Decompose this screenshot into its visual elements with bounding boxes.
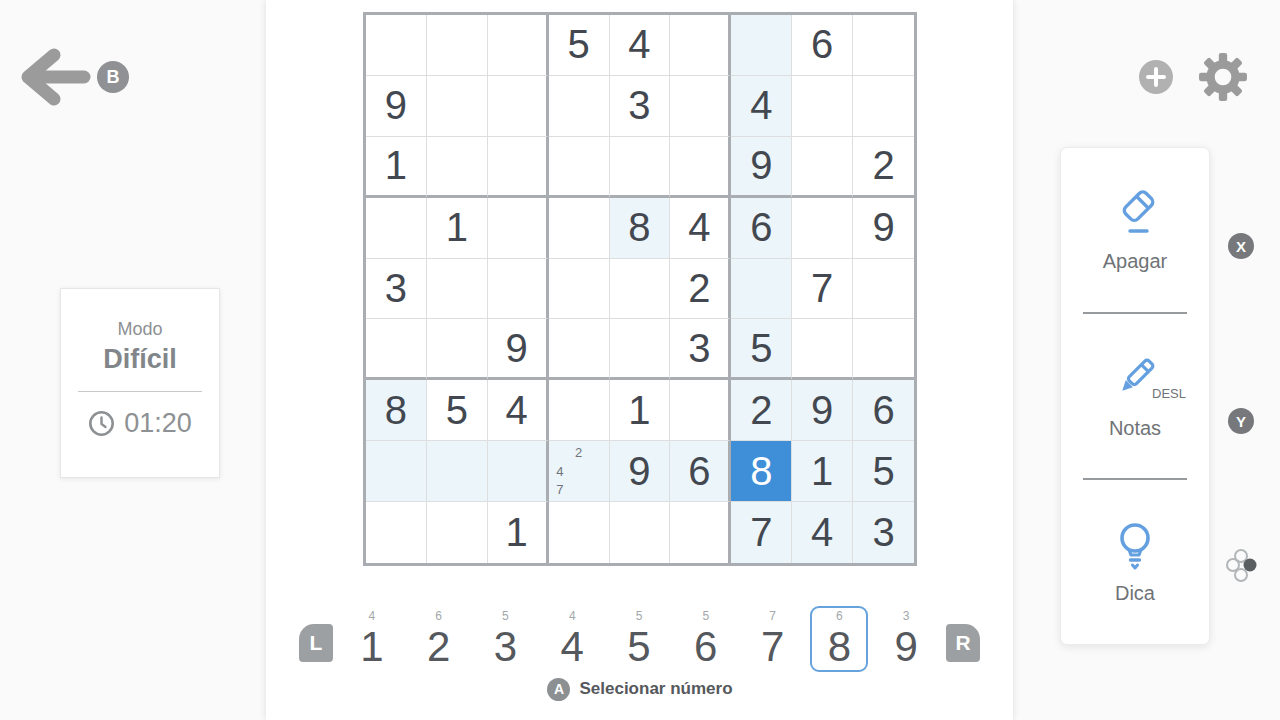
cell-r5c2[interactable] <box>427 259 488 320</box>
cell-r1c8[interactable]: 6 <box>792 15 853 76</box>
remaining-count: 5 <box>636 609 643 623</box>
cell-r1c6[interactable] <box>670 15 731 76</box>
r-shoulder-button[interactable]: R <box>946 624 980 662</box>
cell-r8c9[interactable]: 5 <box>853 441 914 502</box>
cell-r2c1[interactable]: 9 <box>366 76 427 137</box>
button-cluster-icon <box>1221 545 1261 585</box>
number-2[interactable]: 62 <box>410 606 468 672</box>
number-digit: 5 <box>627 623 650 671</box>
cell-r6c9[interactable] <box>853 319 914 380</box>
remaining-count: 7 <box>769 609 776 623</box>
cell-r4c1[interactable] <box>366 198 427 259</box>
cell-r8c5[interactable]: 9 <box>610 441 671 502</box>
mode-divider <box>78 391 202 392</box>
cell-r8c3[interactable] <box>488 441 549 502</box>
cell-r6c3[interactable]: 9 <box>488 319 549 380</box>
cell-r1c3[interactable] <box>488 15 549 76</box>
number-digit: 7 <box>761 623 784 671</box>
footer-label: Selecionar número <box>579 679 732 699</box>
cell-r5c8[interactable]: 7 <box>792 259 853 320</box>
remaining-count: 6 <box>836 609 843 623</box>
number-digit: 6 <box>694 623 717 671</box>
cell-r6c6[interactable]: 3 <box>670 319 731 380</box>
y-button-badge: Y <box>1228 408 1254 434</box>
cell-r4c4[interactable] <box>549 198 610 259</box>
notes-button[interactable]: DESL Notas <box>1061 314 1209 478</box>
cell-r1c9[interactable] <box>853 15 914 76</box>
number-3[interactable]: 53 <box>477 606 535 672</box>
cell-r2c4[interactable] <box>549 76 610 137</box>
cell-r4c9[interactable]: 9 <box>853 198 914 259</box>
number-8[interactable]: 68 <box>810 606 868 672</box>
remaining-count: 5 <box>502 609 509 623</box>
cell-r7c3[interactable]: 4 <box>488 380 549 441</box>
cell-r3c3[interactable] <box>488 137 549 198</box>
cell-r8c1[interactable] <box>366 441 427 502</box>
remaining-count: 5 <box>702 609 709 623</box>
eraser-icon <box>1110 188 1160 240</box>
difficulty-value: Difícil <box>103 344 177 375</box>
cell-r4c3[interactable] <box>488 198 549 259</box>
cell-r7c6[interactable] <box>670 380 731 441</box>
cell-r3c2[interactable] <box>427 137 488 198</box>
b-button-badge: B <box>97 61 129 93</box>
cell-r8c7[interactable]: 8 <box>731 441 792 502</box>
cell-r6c5[interactable] <box>610 319 671 380</box>
number-digit: 2 <box>427 623 450 671</box>
clock-icon <box>88 410 115 437</box>
cell-r2c9[interactable] <box>853 76 914 137</box>
cell-r2c8[interactable] <box>792 76 853 137</box>
cell-r6c1[interactable] <box>366 319 427 380</box>
back-arrow-icon[interactable] <box>12 45 92 109</box>
cell-r4c7[interactable]: 6 <box>731 198 792 259</box>
cell-r8c4[interactable]: 247 <box>549 441 610 502</box>
cell-r9c1[interactable] <box>366 502 427 563</box>
cell-r3c6[interactable] <box>670 137 731 198</box>
mode-card: Modo Difícil 01:20 <box>60 288 220 478</box>
cell-r8c2[interactable] <box>427 441 488 502</box>
cell-r7c4[interactable] <box>549 380 610 441</box>
cell-r2c3[interactable] <box>488 76 549 137</box>
cell-r2c6[interactable] <box>670 76 731 137</box>
cell-r8c8[interactable]: 1 <box>792 441 853 502</box>
cell-r1c7[interactable] <box>731 15 792 76</box>
remaining-count: 3 <box>903 609 910 623</box>
cell-r1c1[interactable] <box>366 15 427 76</box>
number-bar: 416253445556776839 <box>343 606 935 674</box>
number-5[interactable]: 55 <box>610 606 668 672</box>
cell-r8c6[interactable]: 6 <box>670 441 731 502</box>
number-digit: 3 <box>494 623 517 671</box>
x-button-badge: X <box>1228 233 1254 259</box>
cell-r5c3[interactable] <box>488 259 549 320</box>
number-1[interactable]: 41 <box>343 606 401 672</box>
cell-r7c2[interactable]: 5 <box>427 380 488 441</box>
cell-r3c1[interactable]: 1 <box>366 137 427 198</box>
number-7[interactable]: 77 <box>744 606 802 672</box>
hint-label: Dica <box>1115 582 1155 605</box>
notes-label: Notas <box>1109 417 1161 440</box>
cell-r3c7[interactable]: 9 <box>731 137 792 198</box>
cell-r7c7[interactable]: 2 <box>731 380 792 441</box>
cell-r3c9[interactable]: 2 <box>853 137 914 198</box>
cell-r3c5[interactable] <box>610 137 671 198</box>
cell-r5c7[interactable] <box>731 259 792 320</box>
cell-r9c8[interactable]: 4 <box>792 502 853 563</box>
cell-r3c4[interactable] <box>549 137 610 198</box>
cell-r9c9[interactable]: 3 <box>853 502 914 563</box>
cell-r4c2[interactable]: 1 <box>427 198 488 259</box>
cell-r4c5[interactable]: 8 <box>610 198 671 259</box>
lightbulb-icon <box>1110 520 1160 572</box>
cell-r6c7[interactable]: 5 <box>731 319 792 380</box>
cell-r2c7[interactable]: 4 <box>731 76 792 137</box>
tools-card: Apagar DESL Notas Dica <box>1060 147 1210 645</box>
number-digit: 4 <box>561 623 584 671</box>
cell-r9c4[interactable] <box>549 502 610 563</box>
cell-r6c8[interactable] <box>792 319 853 380</box>
footer-hint: A Selecionar número <box>363 676 917 702</box>
cell-r7c9[interactable]: 6 <box>853 380 914 441</box>
remaining-count: 4 <box>369 609 376 623</box>
number-6[interactable]: 56 <box>677 606 735 672</box>
settings-gear-icon[interactable] <box>1198 52 1248 102</box>
hint-button[interactable]: Dica <box>1061 480 1209 644</box>
cell-r5c4[interactable] <box>549 259 610 320</box>
cell-r5c5[interactable] <box>610 259 671 320</box>
remaining-count: 6 <box>435 609 442 623</box>
cell-r7c5[interactable]: 1 <box>610 380 671 441</box>
erase-label: Apagar <box>1103 250 1168 273</box>
number-4[interactable]: 44 <box>543 606 601 672</box>
cell-r9c7[interactable]: 7 <box>731 502 792 563</box>
cell-r7c1[interactable]: 8 <box>366 380 427 441</box>
cell-r6c2[interactable] <box>427 319 488 380</box>
notes-cell: 247 <box>551 443 607 499</box>
cell-r1c5[interactable]: 4 <box>610 15 671 76</box>
cell-r1c4[interactable]: 5 <box>549 15 610 76</box>
cell-r9c2[interactable] <box>427 502 488 563</box>
cell-r4c8[interactable] <box>792 198 853 259</box>
plus-button[interactable] <box>1139 60 1173 94</box>
a-button-badge: A <box>547 678 570 701</box>
timer-value: 01:20 <box>124 408 192 439</box>
number-9[interactable]: 39 <box>877 606 935 672</box>
timer: 01:20 <box>88 408 192 439</box>
cell-r5c6[interactable]: 2 <box>670 259 731 320</box>
number-digit: 1 <box>360 623 383 671</box>
cell-r5c1[interactable]: 3 <box>366 259 427 320</box>
erase-button[interactable]: Apagar <box>1061 148 1209 312</box>
number-digit: 8 <box>828 623 851 671</box>
cell-r9c5[interactable] <box>610 502 671 563</box>
notes-state-badge: DESL <box>1152 386 1186 401</box>
cell-r9c3[interactable]: 1 <box>488 502 549 563</box>
cell-r9c6[interactable] <box>670 502 731 563</box>
cell-r5c9[interactable] <box>853 259 914 320</box>
remaining-count: 4 <box>569 609 576 623</box>
sudoku-grid: 546934192184693279358541296247968151743 <box>363 12 917 566</box>
cell-r7c8[interactable]: 9 <box>792 380 853 441</box>
number-digit: 9 <box>894 623 917 671</box>
cell-r1c2[interactable] <box>427 15 488 76</box>
cell-r6c4[interactable] <box>549 319 610 380</box>
cell-r2c2[interactable] <box>427 76 488 137</box>
cell-r3c8[interactable] <box>792 137 853 198</box>
cell-r2c5[interactable]: 3 <box>610 76 671 137</box>
l-shoulder-button[interactable]: L <box>299 624 333 662</box>
mode-label: Modo <box>117 319 162 340</box>
cell-r4c6[interactable]: 4 <box>670 198 731 259</box>
